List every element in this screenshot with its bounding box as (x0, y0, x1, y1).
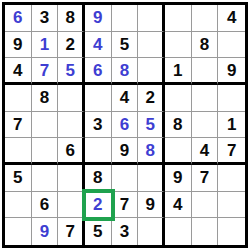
cell-r3c2[interactable]: 7 (32, 58, 59, 85)
cell-r8c9[interactable] (218, 192, 245, 219)
cell-r7c9[interactable] (218, 165, 245, 192)
cell-r6c7[interactable] (165, 138, 192, 165)
cell-r9c9[interactable] (218, 218, 245, 245)
cell-r5c1[interactable]: 7 (5, 112, 32, 139)
cell-r6c1[interactable] (5, 138, 32, 165)
cell-r2c1[interactable]: 9 (5, 32, 32, 59)
cell-r7c8[interactable]: 7 (192, 165, 219, 192)
cell-r7c7[interactable]: 9 (165, 165, 192, 192)
cell-r3c4[interactable]: 6 (85, 58, 112, 85)
sudoku-board: 6389491245847568198427365816984758976279… (2, 2, 248, 248)
cell-r4c9[interactable] (218, 85, 245, 112)
cell-r4c8[interactable] (192, 85, 219, 112)
cell-r6c4[interactable] (85, 138, 112, 165)
cell-r8c6[interactable]: 9 (138, 192, 165, 219)
cell-r1c7[interactable] (165, 5, 192, 32)
cell-r9c1[interactable] (5, 218, 32, 245)
cell-r9c2[interactable]: 9 (32, 218, 59, 245)
cell-r5c4[interactable]: 3 (85, 112, 112, 139)
cell-r1c1[interactable]: 6 (5, 5, 32, 32)
cell-r6c8[interactable]: 4 (192, 138, 219, 165)
cell-r8c4[interactable]: 2 (85, 192, 112, 219)
cell-r3c8[interactable] (192, 58, 219, 85)
cell-r5c5[interactable]: 6 (112, 112, 139, 139)
cell-r1c8[interactable] (192, 5, 219, 32)
cell-r5c6[interactable]: 5 (138, 112, 165, 139)
cell-r2c5[interactable]: 5 (112, 32, 139, 59)
cell-r8c8[interactable] (192, 192, 219, 219)
cell-r2c9[interactable] (218, 32, 245, 59)
cell-r1c4[interactable]: 9 (85, 5, 112, 32)
cell-r2c2[interactable]: 1 (32, 32, 59, 59)
cell-r7c2[interactable] (32, 165, 59, 192)
cell-r2c3[interactable]: 2 (58, 32, 85, 59)
cell-r7c6[interactable] (138, 165, 165, 192)
cell-r2c4[interactable]: 4 (85, 32, 112, 59)
cell-r4c1[interactable] (5, 85, 32, 112)
cell-r6c5[interactable]: 9 (112, 138, 139, 165)
cell-r3c7[interactable]: 1 (165, 58, 192, 85)
cell-r4c7[interactable] (165, 85, 192, 112)
cell-r9c5[interactable]: 3 (112, 218, 139, 245)
cell-r8c1[interactable] (5, 192, 32, 219)
cell-r6c2[interactable] (32, 138, 59, 165)
cell-r6c6[interactable]: 8 (138, 138, 165, 165)
cell-r3c9[interactable]: 9 (218, 58, 245, 85)
cell-r9c4[interactable]: 5 (85, 218, 112, 245)
cell-r7c1[interactable]: 5 (5, 165, 32, 192)
cell-r5c8[interactable] (192, 112, 219, 139)
cell-r8c7[interactable]: 4 (165, 192, 192, 219)
cell-r4c4[interactable] (85, 85, 112, 112)
cell-r1c2[interactable]: 3 (32, 5, 59, 32)
cell-r7c4[interactable]: 8 (85, 165, 112, 192)
cell-r9c3[interactable]: 7 (58, 218, 85, 245)
cell-r3c3[interactable]: 5 (58, 58, 85, 85)
cell-r9c7[interactable] (165, 218, 192, 245)
cell-r5c9[interactable]: 1 (218, 112, 245, 139)
cell-r3c6[interactable] (138, 58, 165, 85)
cell-r2c6[interactable] (138, 32, 165, 59)
cell-r1c5[interactable] (112, 5, 139, 32)
cell-r4c6[interactable]: 2 (138, 85, 165, 112)
cell-r7c3[interactable] (58, 165, 85, 192)
cell-r1c9[interactable]: 4 (218, 5, 245, 32)
cell-r8c3[interactable] (58, 192, 85, 219)
cell-r2c8[interactable]: 8 (192, 32, 219, 59)
cell-r4c5[interactable]: 4 (112, 85, 139, 112)
cell-r8c2[interactable]: 6 (32, 192, 59, 219)
cell-r1c3[interactable]: 8 (58, 5, 85, 32)
cell-r9c6[interactable] (138, 218, 165, 245)
cell-r4c2[interactable]: 8 (32, 85, 59, 112)
cell-r4c3[interactable] (58, 85, 85, 112)
cell-r9c8[interactable] (192, 218, 219, 245)
cell-r6c3[interactable]: 6 (58, 138, 85, 165)
cell-r3c5[interactable]: 8 (112, 58, 139, 85)
cell-r7c5[interactable] (112, 165, 139, 192)
cell-r5c2[interactable] (32, 112, 59, 139)
cell-r1c6[interactable] (138, 5, 165, 32)
cell-r5c7[interactable]: 8 (165, 112, 192, 139)
cell-r5c3[interactable] (58, 112, 85, 139)
cell-r3c1[interactable]: 4 (5, 58, 32, 85)
cell-r6c9[interactable]: 7 (218, 138, 245, 165)
cell-r2c7[interactable] (165, 32, 192, 59)
cell-r8c5[interactable]: 7 (112, 192, 139, 219)
